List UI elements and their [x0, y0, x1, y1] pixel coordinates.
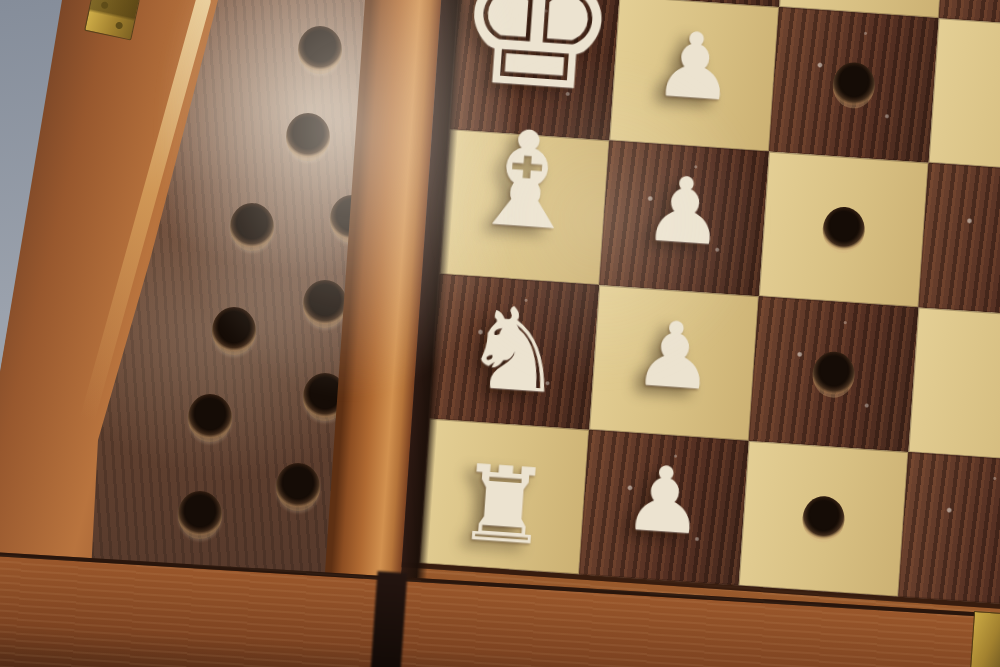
peg-hole [230, 203, 274, 251]
square-f3[interactable] [759, 152, 929, 308]
peg-hole [212, 307, 256, 355]
square-peg-hole [821, 205, 866, 254]
peg-hole [178, 491, 222, 539]
white-pawn-g2[interactable]: ♟ [632, 312, 718, 398]
square-f1[interactable]: ♝ [440, 129, 610, 285]
square-peg-hole [801, 494, 846, 543]
square-h3[interactable] [739, 441, 909, 597]
square-g4[interactable] [908, 307, 1000, 463]
square-f4[interactable] [918, 163, 1000, 319]
square-g1[interactable]: ♞ [430, 274, 600, 430]
peg-hole [298, 26, 342, 74]
chessboard-grid: ♚♟♝♟♞♟♜♟ [419, 0, 1000, 608]
square-e4[interactable] [929, 18, 1000, 174]
square-peg-hole [831, 60, 876, 109]
brass-corner-icon [970, 611, 1000, 667]
peg-hole [276, 463, 320, 511]
white-pawn-e2[interactable]: ♟ [652, 23, 738, 109]
white-rook-h1[interactable]: ♜ [454, 456, 554, 556]
white-pawn-f2[interactable]: ♟ [642, 167, 728, 253]
square-h1[interactable]: ♜ [419, 419, 589, 575]
square-g2[interactable]: ♟ [589, 285, 759, 441]
travel-chess-set-photo: ♚♟♝♟♞♟♜♟ [0, 0, 1000, 667]
square-h4[interactable] [898, 452, 1000, 608]
square-g3[interactable] [749, 296, 919, 452]
square-peg-hole [811, 350, 856, 399]
white-knight-g1[interactable]: ♞ [460, 296, 569, 405]
square-h2[interactable]: ♟ [579, 430, 749, 586]
square-e3[interactable] [769, 7, 939, 163]
square-f2[interactable]: ♟ [599, 140, 769, 296]
peg-hole [303, 280, 347, 328]
white-pawn-h2[interactable]: ♟ [621, 456, 707, 542]
chessboard: ♚♟♝♟♞♟♜♟ [407, 0, 1000, 667]
white-king-e1[interactable]: ♚ [450, 0, 624, 111]
peg-hole [286, 113, 330, 161]
white-bishop-f1[interactable]: ♝ [463, 117, 589, 244]
square-e2[interactable]: ♟ [609, 0, 779, 152]
peg-hole [188, 394, 232, 442]
